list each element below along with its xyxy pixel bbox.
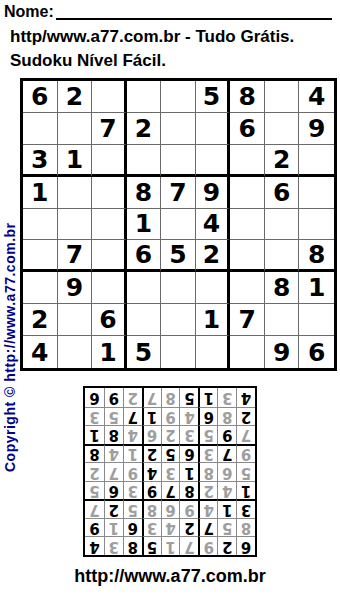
puzzle-cell-r6c5: 5 — [161, 240, 196, 272]
puzzle-cell-r7c3 — [92, 272, 127, 304]
puzzle-cell-r6c2: 7 — [58, 240, 93, 272]
name-blank-line — [56, 4, 332, 20]
solution-cell-r5c3: 8 — [198, 462, 217, 481]
solution-cell-r8c3: 6 — [198, 407, 217, 426]
puzzle-cell-r6c3 — [92, 240, 127, 272]
puzzle-cell-r9c6 — [196, 336, 231, 368]
solution-grid-rotated: 6297158348572436193149685271428793655681… — [83, 386, 257, 557]
solution-cell-r6c1: 9 — [236, 444, 255, 463]
puzzle-cell-r4c3 — [92, 177, 127, 209]
puzzle-cell-r3c5 — [161, 145, 196, 177]
solution-cell-r6c3: 3 — [198, 444, 217, 463]
solution-cell-r4c4: 8 — [179, 481, 198, 500]
solution-cell-r3c4: 9 — [179, 499, 198, 518]
puzzle-cell-r4c6: 9 — [196, 177, 231, 209]
solution-cell-r7c5: 2 — [161, 425, 180, 444]
puzzle-cell-r8c3: 6 — [92, 304, 127, 336]
solution-cell-r3c1: 3 — [236, 499, 255, 518]
solution-cell-r6c5: 5 — [161, 444, 180, 463]
solution-cell-r9c3: 1 — [198, 388, 217, 407]
solution-cell-r9c9: 6 — [85, 388, 104, 407]
puzzle-cell-r1c8 — [265, 81, 300, 113]
solution-cell-r3c2: 1 — [217, 499, 236, 518]
solution-cell-r3c8: 2 — [104, 499, 123, 518]
puzzle-cell-r2c8 — [265, 113, 300, 145]
puzzle-cell-r4c5: 7 — [161, 177, 196, 209]
puzzle-cell-r6c1 — [23, 240, 58, 272]
solution-cell-r1c3: 9 — [198, 536, 217, 555]
puzzle-cell-r7c5 — [161, 272, 196, 304]
puzzle-cell-r8c9 — [299, 304, 334, 336]
solution-cell-r9c2: 3 — [217, 388, 236, 407]
puzzle-cell-r5c5 — [161, 209, 196, 241]
puzzle-cell-r3c9 — [299, 145, 334, 177]
puzzle-cell-r2c1 — [23, 113, 58, 145]
solution-cell-r1c1: 6 — [236, 536, 255, 555]
solution-cell-r7c6: 6 — [142, 425, 161, 444]
puzzle-cell-r1c2: 2 — [58, 81, 93, 113]
puzzle-cell-r3c1: 3 — [23, 145, 58, 177]
solution-cell-r4c5: 7 — [161, 481, 180, 500]
solution-cell-r4c2: 4 — [217, 481, 236, 500]
solution-cell-r8c1: 2 — [236, 407, 255, 426]
puzzle-cell-r5c3 — [92, 209, 127, 241]
solution-cell-r3c5: 6 — [161, 499, 180, 518]
puzzle-cell-r1c3 — [92, 81, 127, 113]
footer-url: http://www.a77.com.br — [0, 566, 340, 587]
puzzle-cell-r8c6: 1 — [196, 304, 231, 336]
solution-cell-r7c4: 3 — [179, 425, 198, 444]
solution-cell-r3c3: 4 — [198, 499, 217, 518]
puzzle-cell-r9c9: 6 — [299, 336, 334, 368]
solution-cell-r1c5: 1 — [161, 536, 180, 555]
sudoku-grid: 625847269312187961476528981261741596 — [20, 78, 337, 371]
puzzle-cell-r3c8: 2 — [265, 145, 300, 177]
name-label: Nome: — [4, 3, 54, 21]
puzzle-cell-r8c8 — [265, 304, 300, 336]
puzzle-cell-r8c1: 2 — [23, 304, 58, 336]
puzzle-cell-r2c2 — [58, 113, 93, 145]
puzzle-cell-r1c6: 5 — [196, 81, 231, 113]
solution-cell-r1c9: 4 — [85, 536, 104, 555]
puzzle-cell-r5c2 — [58, 209, 93, 241]
solution-cell-r5c5: 3 — [161, 462, 180, 481]
puzzle-cell-r8c2 — [58, 304, 93, 336]
puzzle-cell-r4c4: 8 — [127, 177, 162, 209]
solution-cell-r7c7: 4 — [123, 425, 142, 444]
solution-cell-r8c7: 7 — [123, 407, 142, 426]
solution-cell-r7c8: 8 — [104, 425, 123, 444]
solution-cell-r1c4: 7 — [179, 536, 198, 555]
solution-cell-r4c7: 3 — [123, 481, 142, 500]
solution-cell-r5c2: 6 — [217, 462, 236, 481]
puzzle-cell-r7c9: 1 — [299, 272, 334, 304]
solution-cell-r5c4: 1 — [179, 462, 198, 481]
puzzle-cell-r8c5 — [161, 304, 196, 336]
solution-cell-r2c4: 2 — [179, 518, 198, 537]
solution-cell-r7c2: 9 — [217, 425, 236, 444]
solution-cell-r4c1: 1 — [236, 481, 255, 500]
puzzle-cell-r3c3 — [92, 145, 127, 177]
solution-cell-r9c4: 5 — [179, 388, 198, 407]
solution-cell-r6c9: 8 — [85, 444, 104, 463]
puzzle-cell-r8c7: 7 — [230, 304, 265, 336]
solution-cell-r8c6: 1 — [142, 407, 161, 426]
solution-cell-r6c8: 4 — [104, 444, 123, 463]
solution-cell-r7c1: 7 — [236, 425, 255, 444]
page-title: Sudoku Nível Fácil. — [10, 51, 166, 71]
solution-cell-r1c7: 8 — [123, 536, 142, 555]
puzzle-cell-r1c4 — [127, 81, 162, 113]
puzzle-cell-r4c2 — [58, 177, 93, 209]
puzzle-cell-r1c1: 6 — [23, 81, 58, 113]
puzzle-cell-r9c1: 4 — [23, 336, 58, 368]
puzzle-cell-r5c8 — [265, 209, 300, 241]
puzzle-cell-r4c7 — [230, 177, 265, 209]
name-row: Nome: — [4, 3, 332, 21]
solution-cell-r8c2: 8 — [217, 407, 236, 426]
solution-cell-r6c7: 1 — [123, 444, 142, 463]
puzzle-cell-r7c7 — [230, 272, 265, 304]
copyright-vertical-text: Copyright © http://www.a77.com.br — [2, 80, 18, 472]
puzzle-cell-r7c8: 8 — [265, 272, 300, 304]
solution-cell-r8c5: 9 — [161, 407, 180, 426]
puzzle-cell-r6c9: 8 — [299, 240, 334, 272]
solution-cell-r5c8: 7 — [104, 462, 123, 481]
site-header: http/www.a77.com.br - Tudo Grátis. — [10, 27, 294, 47]
solution-cell-r4c9: 5 — [85, 481, 104, 500]
puzzle-cell-r5c7 — [230, 209, 265, 241]
puzzle-cell-r2c5 — [161, 113, 196, 145]
solution-cell-r8c8: 5 — [104, 407, 123, 426]
puzzle-cell-r7c6 — [196, 272, 231, 304]
sudoku-sheet: Nome: http/www.a77.com.br - Tudo Grátis.… — [0, 0, 340, 596]
solution-cell-r8c9: 3 — [85, 407, 104, 426]
puzzle-cell-r5c6: 4 — [196, 209, 231, 241]
puzzle-cell-r4c8: 6 — [265, 177, 300, 209]
puzzle-cell-r1c5 — [161, 81, 196, 113]
solution-cell-r2c9: 9 — [85, 518, 104, 537]
solution-cell-r2c5: 4 — [161, 518, 180, 537]
solution-cell-r6c4: 6 — [179, 444, 198, 463]
solution-cell-r3c9: 7 — [85, 499, 104, 518]
puzzle-cell-r6c6: 2 — [196, 240, 231, 272]
puzzle-cell-r3c6 — [196, 145, 231, 177]
puzzle-cell-r4c1: 1 — [23, 177, 58, 209]
solution-cell-r2c1: 8 — [236, 518, 255, 537]
solution-cell-r6c2: 7 — [217, 444, 236, 463]
solution-cell-r9c6: 7 — [142, 388, 161, 407]
puzzle-cell-r9c5 — [161, 336, 196, 368]
puzzle-cell-r9c2 — [58, 336, 93, 368]
puzzle-cell-r8c4 — [127, 304, 162, 336]
puzzle-cell-r9c7 — [230, 336, 265, 368]
solution-cell-r8c4: 4 — [179, 407, 198, 426]
puzzle-cell-r2c4: 2 — [127, 113, 162, 145]
puzzle-cell-r7c4 — [127, 272, 162, 304]
solution-cell-r9c7: 2 — [123, 388, 142, 407]
solution-cell-r4c8: 6 — [104, 481, 123, 500]
solution-cell-r7c9: 1 — [85, 425, 104, 444]
puzzle-cell-r4c9 — [299, 177, 334, 209]
puzzle-cell-r6c4: 6 — [127, 240, 162, 272]
puzzle-cell-r3c4 — [127, 145, 162, 177]
solution-cell-r5c9: 2 — [85, 462, 104, 481]
solution-cell-r1c6: 5 — [142, 536, 161, 555]
solution-cell-r3c7: 5 — [123, 499, 142, 518]
solution-cell-r4c6: 9 — [142, 481, 161, 500]
solution-cell-r1c8: 3 — [104, 536, 123, 555]
puzzle-cell-r2c7: 6 — [230, 113, 265, 145]
puzzle-cell-r5c4: 1 — [127, 209, 162, 241]
solution-cell-r4c3: 2 — [198, 481, 217, 500]
solution-cell-r7c3: 5 — [198, 425, 217, 444]
puzzle-cell-r5c9 — [299, 209, 334, 241]
puzzle-cell-r2c6 — [196, 113, 231, 145]
puzzle-cell-r1c7: 8 — [230, 81, 265, 113]
puzzle-cell-r1c9: 4 — [299, 81, 334, 113]
puzzle-cell-r5c1 — [23, 209, 58, 241]
solution-cell-r9c8: 9 — [104, 388, 123, 407]
puzzle-cell-r9c3: 1 — [92, 336, 127, 368]
solution-cell-r6c6: 2 — [142, 444, 161, 463]
solution-cell-r5c6: 4 — [142, 462, 161, 481]
solution-cell-r9c5: 8 — [161, 388, 180, 407]
puzzle-cell-r3c2: 1 — [58, 145, 93, 177]
puzzle-cell-r7c1 — [23, 272, 58, 304]
solution-cell-r1c2: 2 — [217, 536, 236, 555]
puzzle-cell-r9c4: 5 — [127, 336, 162, 368]
solution-cell-r2c2: 5 — [217, 518, 236, 537]
solution-cell-r2c8: 1 — [104, 518, 123, 537]
solution-cell-r2c7: 6 — [123, 518, 142, 537]
solution-cell-r5c7: 9 — [123, 462, 142, 481]
solution-cell-r2c3: 7 — [198, 518, 217, 537]
puzzle-cell-r7c2: 9 — [58, 272, 93, 304]
solution-cell-r9c1: 4 — [236, 388, 255, 407]
puzzle-cell-r6c7 — [230, 240, 265, 272]
puzzle-cell-r6c8 — [265, 240, 300, 272]
solution-cell-r3c6: 8 — [142, 499, 161, 518]
puzzle-cell-r9c8: 9 — [265, 336, 300, 368]
puzzle-cell-r2c9: 9 — [299, 113, 334, 145]
puzzle-cell-r3c7 — [230, 145, 265, 177]
puzzle-cell-r2c3: 7 — [92, 113, 127, 145]
solution-cell-r2c6: 3 — [142, 518, 161, 537]
solution-cell-r5c1: 5 — [236, 462, 255, 481]
